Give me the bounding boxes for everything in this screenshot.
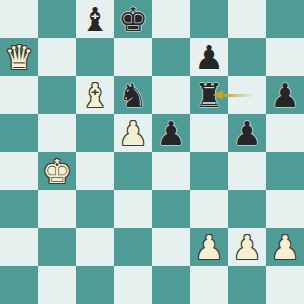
square-e3[interactable] (152, 190, 190, 228)
square-e8[interactable] (152, 0, 190, 38)
square-c2[interactable] (76, 228, 114, 266)
square-c8[interactable]: ♝ (76, 0, 114, 38)
square-e6[interactable] (152, 76, 190, 114)
square-e1[interactable] (152, 266, 190, 304)
square-d1[interactable] (114, 266, 152, 304)
square-b5[interactable] (38, 114, 76, 152)
square-a6[interactable] (0, 76, 38, 114)
square-g4[interactable] (228, 152, 266, 190)
square-b3[interactable] (38, 190, 76, 228)
square-h8[interactable] (266, 0, 304, 38)
square-g5[interactable]: ♟ (228, 114, 266, 152)
square-f4[interactable] (190, 152, 228, 190)
square-b2[interactable] (38, 228, 76, 266)
square-b1[interactable] (38, 266, 76, 304)
square-g7[interactable] (228, 38, 266, 76)
square-b6[interactable] (38, 76, 76, 114)
piece-black-pawn[interactable]: ♟ (152, 114, 190, 152)
square-h4[interactable] (266, 152, 304, 190)
piece-black-rook[interactable]: ♜ (190, 76, 228, 114)
square-d8[interactable]: ♚ (114, 0, 152, 38)
square-g1[interactable] (228, 266, 266, 304)
square-d3[interactable] (114, 190, 152, 228)
square-f7[interactable]: ♟ (190, 38, 228, 76)
square-d6[interactable]: ♞ (114, 76, 152, 114)
square-c3[interactable] (76, 190, 114, 228)
square-c7[interactable] (76, 38, 114, 76)
piece-black-pawn[interactable]: ♟ (190, 38, 228, 76)
piece-black-bishop[interactable]: ♝ (76, 0, 114, 38)
square-c5[interactable] (76, 114, 114, 152)
chess-board-wrapper: ♝♚♛♟♝♞♜♟♟♟♟♚♟♟♟ (0, 0, 304, 304)
square-a7[interactable]: ♛ (0, 38, 38, 76)
square-a4[interactable] (0, 152, 38, 190)
piece-black-knight[interactable]: ♞ (114, 76, 152, 114)
square-h7[interactable] (266, 38, 304, 76)
square-c4[interactable] (76, 152, 114, 190)
square-c6[interactable]: ♝ (76, 76, 114, 114)
square-h6[interactable]: ♟ (266, 76, 304, 114)
square-d4[interactable] (114, 152, 152, 190)
square-g6[interactable] (228, 76, 266, 114)
piece-black-king[interactable]: ♚ (114, 0, 152, 38)
square-h1[interactable] (266, 266, 304, 304)
square-c1[interactable] (76, 266, 114, 304)
square-h5[interactable] (266, 114, 304, 152)
square-e7[interactable] (152, 38, 190, 76)
square-a1[interactable] (0, 266, 38, 304)
square-g3[interactable] (228, 190, 266, 228)
square-a2[interactable] (0, 228, 38, 266)
square-e5[interactable]: ♟ (152, 114, 190, 152)
piece-white-bishop[interactable]: ♝ (76, 76, 114, 114)
piece-white-pawn[interactable]: ♟ (228, 228, 266, 266)
square-f6[interactable]: ♜ (190, 76, 228, 114)
square-b8[interactable] (38, 0, 76, 38)
piece-black-pawn[interactable]: ♟ (228, 114, 266, 152)
square-f5[interactable] (190, 114, 228, 152)
square-a3[interactable] (0, 190, 38, 228)
square-g8[interactable] (228, 0, 266, 38)
square-d2[interactable] (114, 228, 152, 266)
piece-white-king[interactable]: ♚ (38, 152, 76, 190)
square-b7[interactable] (38, 38, 76, 76)
piece-white-pawn[interactable]: ♟ (190, 228, 228, 266)
piece-white-queen[interactable]: ♛ (0, 38, 38, 76)
chess-board: ♝♚♛♟♝♞♜♟♟♟♟♚♟♟♟ (0, 0, 304, 304)
square-d5[interactable]: ♟ (114, 114, 152, 152)
piece-white-pawn[interactable]: ♟ (266, 228, 304, 266)
square-h2[interactable]: ♟ (266, 228, 304, 266)
square-f8[interactable] (190, 0, 228, 38)
square-a5[interactable] (0, 114, 38, 152)
square-e2[interactable] (152, 228, 190, 266)
square-g2[interactable]: ♟ (228, 228, 266, 266)
square-h3[interactable] (266, 190, 304, 228)
square-a8[interactable] (0, 0, 38, 38)
piece-black-pawn[interactable]: ♟ (266, 76, 304, 114)
piece-white-pawn[interactable]: ♟ (114, 114, 152, 152)
square-f2[interactable]: ♟ (190, 228, 228, 266)
square-f3[interactable] (190, 190, 228, 228)
square-e4[interactable] (152, 152, 190, 190)
square-d7[interactable] (114, 38, 152, 76)
square-b4[interactable]: ♚ (38, 152, 76, 190)
square-f1[interactable] (190, 266, 228, 304)
